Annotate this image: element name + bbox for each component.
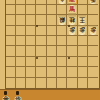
square-9f[interactable] [6, 46, 16, 56]
square-8h[interactable] [16, 67, 26, 77]
square-1g[interactable] [88, 57, 98, 67]
sente-hand-tray: 1金1歩 [0, 89, 100, 100]
sente-promoted-bishop[interactable]: 馬 [68, 5, 77, 15]
square-4e[interactable] [57, 36, 67, 46]
square-8b[interactable] [16, 5, 26, 15]
square-6f[interactable] [36, 46, 46, 56]
square-2i[interactable] [78, 78, 88, 88]
square-6h[interactable] [36, 67, 46, 77]
square-8d[interactable] [16, 26, 26, 36]
square-7c[interactable] [26, 15, 36, 25]
piece-kanji: 龍 [69, 0, 75, 2]
square-1d[interactable]: 歩 [88, 26, 98, 36]
square-6b[interactable] [36, 5, 46, 15]
square-3e[interactable] [67, 36, 77, 46]
square-9b[interactable] [6, 5, 16, 15]
gote-pawn[interactable]: 歩 [89, 26, 98, 36]
square-4g[interactable] [57, 57, 67, 67]
square-2c[interactable]: 王 [78, 15, 88, 25]
hand-piece-gold[interactable]: 金 [2, 96, 11, 100]
board-grid: 金龍香馬銀桂王歩歩歩 [5, 0, 100, 89]
square-4h[interactable] [57, 67, 67, 77]
piece-kanji: 金 [3, 96, 9, 100]
sente-promoted-rook[interactable]: 龍 [68, 0, 77, 4]
square-7i[interactable] [26, 78, 36, 88]
square-2b[interactable] [78, 5, 88, 15]
hand-count-badge: 1 [16, 91, 19, 95]
square-9e[interactable] [6, 36, 16, 46]
square-7f[interactable] [26, 46, 36, 56]
piece-kanji: 桂 [69, 17, 75, 23]
square-5c[interactable] [47, 15, 57, 25]
hoshi-star-point [36, 57, 38, 59]
square-2f[interactable] [78, 46, 88, 56]
piece-kanji: 歩 [69, 28, 75, 34]
square-9d[interactable] [6, 26, 16, 36]
square-7b[interactable] [26, 5, 36, 15]
square-8c[interactable] [16, 15, 26, 25]
square-4b[interactable] [57, 5, 67, 15]
square-2d[interactable]: 歩 [78, 26, 88, 36]
square-1i[interactable] [88, 78, 98, 88]
square-1e[interactable] [88, 36, 98, 46]
square-6d[interactable] [36, 26, 46, 36]
piece-kanji: 銀 [59, 17, 65, 23]
square-9c[interactable] [6, 15, 16, 25]
square-9h[interactable] [6, 67, 16, 77]
piece-kanji: 歩 [15, 96, 21, 100]
square-6e[interactable] [36, 36, 46, 46]
square-9g[interactable] [6, 57, 16, 67]
square-5h[interactable] [47, 67, 57, 77]
piece-kanji: 歩 [80, 28, 86, 34]
square-5b[interactable] [47, 5, 57, 15]
hoshi-star-point [68, 57, 70, 59]
square-5g[interactable] [47, 57, 57, 67]
square-7h[interactable] [26, 67, 36, 77]
hoshi-star-point [36, 25, 38, 27]
square-8e[interactable] [16, 36, 26, 46]
shogi-board: 金龍香馬銀桂王歩歩歩 [0, 0, 100, 89]
square-3b[interactable]: 馬 [67, 5, 77, 15]
square-4i[interactable] [57, 78, 67, 88]
square-7d[interactable] [26, 26, 36, 36]
square-2h[interactable] [78, 67, 88, 77]
square-8i[interactable] [16, 78, 26, 88]
square-3h[interactable] [67, 67, 77, 77]
hand-count-badge: 1 [4, 91, 7, 95]
square-3i[interactable] [67, 78, 77, 88]
square-7g[interactable] [26, 57, 36, 67]
square-3c[interactable]: 桂 [67, 15, 77, 25]
hand-piece-pawn[interactable]: 歩 [14, 96, 23, 100]
square-5d[interactable] [47, 26, 57, 36]
square-7e[interactable] [26, 36, 36, 46]
square-2e[interactable] [78, 36, 88, 46]
piece-kanji: 香 [90, 0, 96, 2]
gote-knight[interactable]: 桂 [68, 15, 77, 25]
gote-gold[interactable]: 金 [58, 0, 67, 4]
square-4c[interactable]: 銀 [57, 15, 67, 25]
square-5f[interactable] [47, 46, 57, 56]
square-1c[interactable] [88, 15, 98, 25]
square-6i[interactable] [36, 78, 46, 88]
square-5i[interactable] [47, 78, 57, 88]
square-8f[interactable] [16, 46, 26, 56]
gote-lance[interactable]: 香 [89, 0, 98, 4]
gote-silver[interactable]: 銀 [58, 15, 67, 25]
square-1f[interactable] [88, 46, 98, 56]
square-2g[interactable] [78, 57, 88, 67]
piece-kanji: 金 [59, 0, 65, 2]
piece-kanji: 歩 [90, 28, 96, 34]
gote-king[interactable]: 王 [78, 15, 87, 25]
hoshi-star-point [68, 25, 70, 27]
square-9i[interactable] [6, 78, 16, 88]
square-1b[interactable] [88, 5, 98, 15]
square-6c[interactable] [36, 15, 46, 25]
square-3f[interactable] [67, 46, 77, 56]
piece-kanji: 馬 [69, 7, 75, 13]
gote-pawn[interactable]: 歩 [78, 26, 87, 36]
square-4f[interactable] [57, 46, 67, 56]
piece-kanji: 王 [80, 17, 86, 23]
square-5e[interactable] [47, 36, 57, 46]
square-1h[interactable] [88, 67, 98, 77]
square-8g[interactable] [16, 57, 26, 67]
square-4d[interactable] [57, 26, 67, 36]
